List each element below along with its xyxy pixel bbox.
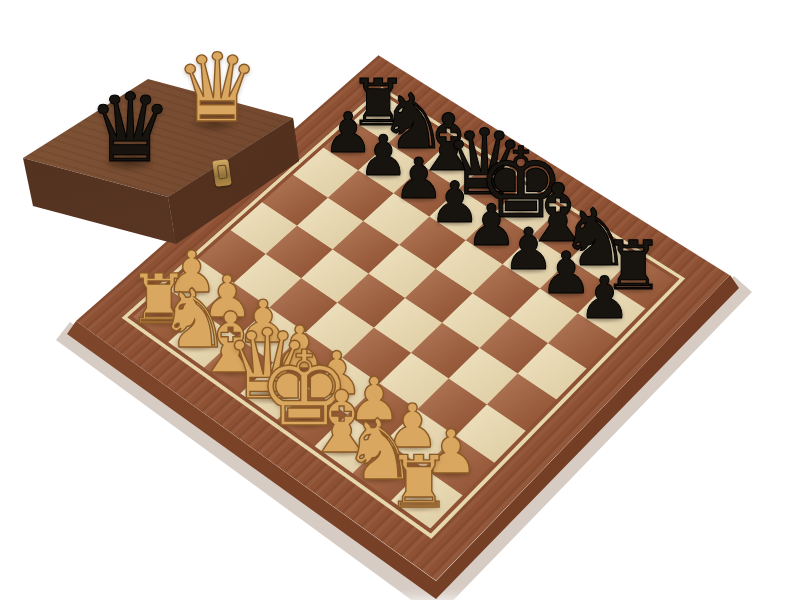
spare-black-queen-shadow <box>102 156 156 172</box>
piece-shadow <box>357 464 403 485</box>
piece-shadow <box>314 379 359 400</box>
piece-shadow <box>244 384 289 405</box>
piece-shadow <box>277 354 322 374</box>
piece-shadow <box>544 280 588 300</box>
piece-shadow <box>507 255 551 275</box>
piece-shadow <box>397 184 440 203</box>
spare-white-queen-shadow <box>190 118 238 132</box>
piece-shadow <box>463 180 506 199</box>
piece-shadow <box>170 279 214 299</box>
piece-shadow <box>208 358 253 378</box>
piece-shadow <box>389 432 435 453</box>
piece-shadow <box>319 437 365 458</box>
piece-shadow <box>470 231 513 251</box>
piece-shadow <box>351 405 397 426</box>
piece-shadow <box>362 161 404 180</box>
piece-shadow <box>611 275 655 295</box>
piece-shadow <box>428 459 474 480</box>
spare-white-queen: ♛ <box>157 41 277 136</box>
brass-clasp-icon <box>212 159 231 187</box>
piece-shadow <box>172 333 217 353</box>
spare-black-queen: ♛ <box>70 81 190 176</box>
piece-shadow <box>327 139 369 158</box>
piece-shadow <box>392 134 434 153</box>
piece-shadow <box>499 203 542 223</box>
product-photo-scene: ♜♞♝♛♚♝♞♜♟♟♟♟♟♟♟♟♟♟♟♟♟♟♟♟♜♞♝♛♚♝♞♜ ♛ ♛ <box>0 0 800 600</box>
piece-shadow <box>357 112 399 131</box>
piece-shadow <box>427 157 469 176</box>
piece-shadow <box>281 410 327 431</box>
piece-shadow <box>137 308 181 328</box>
piece-shadow <box>395 491 442 512</box>
